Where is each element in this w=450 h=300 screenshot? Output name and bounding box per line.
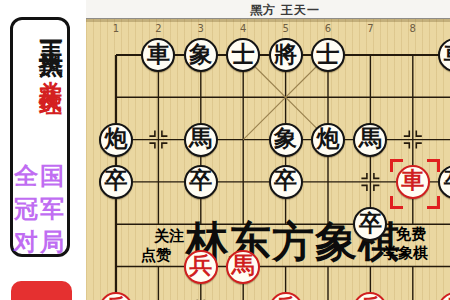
- column-label-5: 5: [280, 23, 292, 34]
- piece-glyph: 兵: [359, 296, 382, 300]
- black-cannon[interactable]: 炮: [311, 123, 345, 157]
- event-line-3: 对局: [13, 226, 67, 259]
- piece-glyph: 兵: [274, 296, 297, 300]
- black-general[interactable]: 將: [269, 38, 303, 72]
- promo-left-text: 关注 点赞: [141, 227, 184, 265]
- column-label-7: 7: [364, 23, 376, 34]
- column-label-3: 3: [195, 23, 207, 34]
- black-horse[interactable]: 馬: [353, 123, 387, 157]
- piece-glyph: 卒: [359, 212, 382, 235]
- piece-glyph: 馬: [359, 127, 382, 150]
- black-soldier[interactable]: 卒: [269, 165, 303, 199]
- black-elephant[interactable]: 象: [184, 38, 218, 72]
- player-names-vertical: 王天一执黑 党斐执红: [37, 23, 65, 173]
- black-horse[interactable]: 馬: [184, 123, 218, 157]
- black-elephant[interactable]: 象: [269, 123, 303, 157]
- red-chariot[interactable]: 車: [396, 165, 430, 199]
- black-player-header: 黑方 王天一: [120, 2, 450, 19]
- column-label-2: 2: [152, 23, 164, 34]
- column-label-6: 6: [322, 23, 334, 34]
- black-cannon[interactable]: 炮: [99, 123, 133, 157]
- event-label: 全国 冠军 对局: [13, 160, 67, 259]
- piece-glyph: 士: [317, 43, 340, 66]
- column-label-8: 8: [407, 23, 419, 34]
- piece-glyph: 象: [189, 43, 212, 66]
- piece-glyph: 兵: [105, 296, 128, 300]
- piece-glyph: 兵: [189, 254, 212, 277]
- black-advisor[interactable]: 士: [226, 38, 260, 72]
- event-line-1: 全国: [13, 160, 67, 193]
- players-info-box: 王天一执黑 党斐执红 全国 冠军 对局: [10, 17, 70, 257]
- piece-glyph: 馬: [232, 254, 255, 277]
- piece-glyph: 將: [274, 43, 297, 66]
- piece-glyph: 炮: [317, 127, 340, 150]
- promo-left-line-2: 点赞: [141, 246, 184, 265]
- piece-glyph: 卒: [274, 169, 297, 192]
- black-soldier[interactable]: 卒: [184, 165, 218, 199]
- red-horse[interactable]: 馬: [226, 250, 260, 284]
- black-soldier[interactable]: 卒: [99, 165, 133, 199]
- red-soldier[interactable]: 兵: [184, 250, 218, 284]
- red-action-button[interactable]: [11, 281, 72, 300]
- promo-right-text: 免费 学象棋: [383, 225, 428, 263]
- piece-glyph: 卒: [444, 169, 450, 192]
- piece-glyph: 象: [274, 127, 297, 150]
- left-panel: 王天一执黑 党斐执红 全国 冠军 对局: [0, 0, 86, 300]
- piece-glyph: 卒: [105, 169, 128, 192]
- event-line-2: 冠军: [13, 193, 67, 226]
- promo-right-line-1: 免费: [396, 225, 428, 244]
- promo-left-line-1: 关注: [154, 227, 184, 246]
- promo-right-line-2: 学象棋: [383, 244, 428, 263]
- piece-glyph: 兵: [444, 296, 450, 300]
- xiangqi-board[interactable]: 123456789 林东方象棋 关注 点赞 免费 学象棋 車象士將士車炮馬象炮馬…: [86, 19, 450, 300]
- black-advisor[interactable]: 士: [311, 38, 345, 72]
- piece-glyph: 卒: [189, 169, 212, 192]
- piece-glyph: 車: [147, 43, 170, 66]
- column-label-4: 4: [237, 23, 249, 34]
- piece-glyph: 炮: [105, 127, 128, 150]
- app-window: 黑方 王天一 王天一执黑 党斐执红 全国 冠军 对局 123456789 林东方…: [0, 0, 450, 300]
- column-label-1: 1: [110, 23, 122, 34]
- piece-glyph: 馬: [189, 127, 212, 150]
- red-player-label: 党斐执红: [38, 57, 64, 78]
- black-player-label: 王天一执黑: [37, 23, 65, 38]
- piece-glyph: 士: [232, 43, 255, 66]
- last-move-highlight: [390, 159, 440, 209]
- piece-glyph: 車: [444, 43, 450, 66]
